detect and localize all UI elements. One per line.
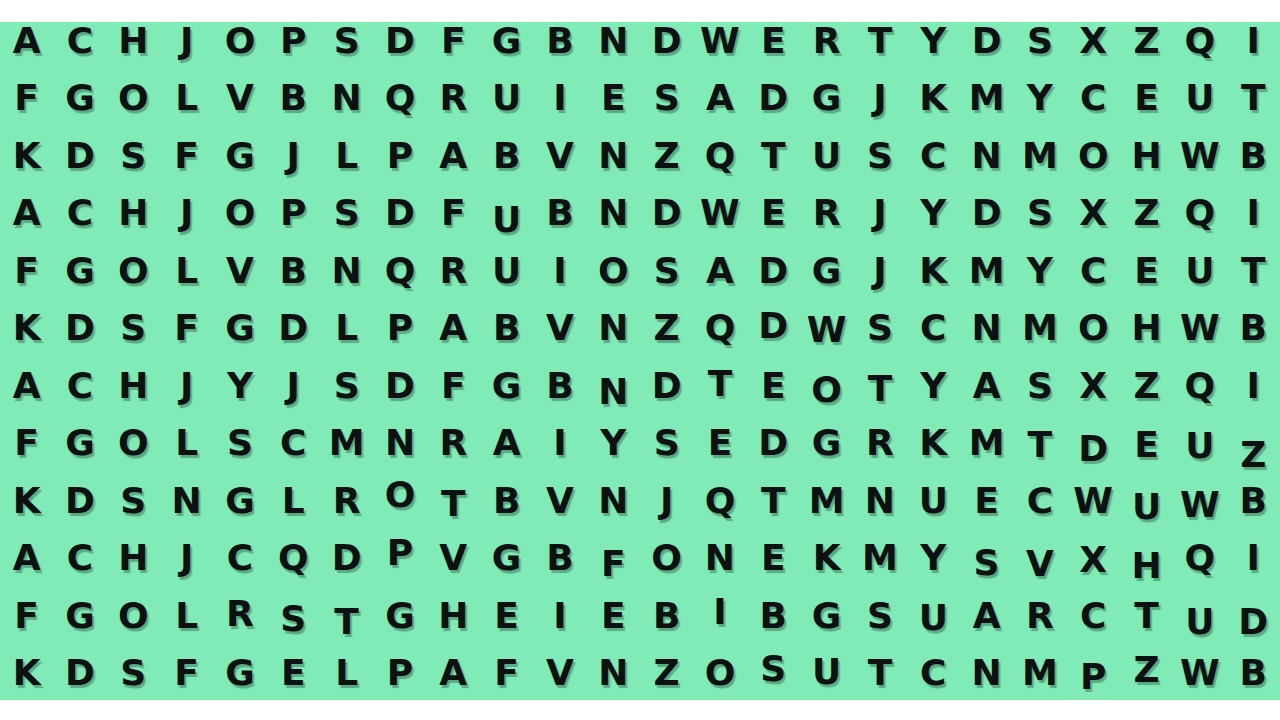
grid-cell: H xyxy=(427,587,480,645)
grid-cell: S xyxy=(640,415,693,473)
grid-cell: S xyxy=(267,590,320,648)
grid-cell: D xyxy=(373,185,426,243)
grid-cell: V xyxy=(213,242,266,300)
grid-cell: N xyxy=(320,242,373,300)
grid-cell: C xyxy=(1067,587,1120,645)
grid-cell: K xyxy=(0,127,53,185)
grid-cell: M xyxy=(960,70,1013,128)
grid-cell: D xyxy=(747,242,800,300)
grid-cell: D xyxy=(53,127,106,185)
grid-cell: Z xyxy=(1120,357,1173,415)
grid-cell: X xyxy=(1067,532,1120,590)
grid-cell: R xyxy=(427,70,480,128)
grid-cell: S xyxy=(640,242,693,300)
grid-cell: C xyxy=(1013,472,1066,530)
grid-cell: A xyxy=(693,242,746,300)
grid-cell: O xyxy=(373,466,426,524)
grid-cell: D xyxy=(960,185,1013,243)
grid-cell: N xyxy=(960,645,1013,701)
grid-cell: P xyxy=(373,645,426,701)
grid-cell: D xyxy=(53,645,106,701)
grid-cell: G xyxy=(213,472,266,530)
grid-cell: N xyxy=(160,472,213,530)
grid-cell: R xyxy=(853,415,906,473)
grid-cell: B xyxy=(1227,300,1280,358)
grid-cell: F xyxy=(160,645,213,701)
grid-cell: G xyxy=(53,242,106,300)
grid-cell: L xyxy=(160,70,213,128)
grid-cell: C xyxy=(213,530,266,588)
grid-cell: M xyxy=(1013,300,1066,358)
grid-cell: D xyxy=(1227,593,1280,651)
grid-cell: O xyxy=(587,242,640,300)
grid-cell: P xyxy=(373,300,426,358)
grid-cell: K xyxy=(907,70,960,128)
grid-cell: H xyxy=(107,185,160,243)
grid-cell: Y xyxy=(1013,242,1066,300)
grid-cell: V xyxy=(533,127,586,185)
grid-cell: Z xyxy=(640,645,693,701)
grid-cell: O xyxy=(213,22,266,70)
grid-cell: R xyxy=(1013,587,1066,645)
grid-cell: C xyxy=(53,185,106,243)
grid-cell: T xyxy=(320,593,373,651)
grid-cell: S xyxy=(320,185,373,243)
grid-cell: S xyxy=(960,535,1013,593)
grid-cell: E xyxy=(960,472,1013,530)
grid-cell: D xyxy=(373,22,426,70)
grid-cell: S xyxy=(320,357,373,415)
grid-cell: T xyxy=(1227,70,1280,128)
grid-cell: F xyxy=(427,357,480,415)
grid-cell: D xyxy=(267,300,320,358)
grid-cell: N xyxy=(320,70,373,128)
grid-cell: S xyxy=(1013,22,1066,70)
grid-cell: I xyxy=(1227,22,1280,70)
grid-cell: Q xyxy=(1173,357,1226,415)
grid-cell: C xyxy=(267,415,320,473)
puzzle-screenshot: ACHJOPSDFGBNDWERTYDSXZQIFGOLVBNQRUIESADG… xyxy=(0,0,1280,720)
grid-cell: O xyxy=(640,530,693,588)
grid-cell: I xyxy=(533,587,586,645)
grid-cell: T xyxy=(427,475,480,533)
grid-cell: F xyxy=(160,300,213,358)
grid-cell: F xyxy=(0,242,53,300)
grid-cell: Z xyxy=(640,300,693,358)
grid-cell: B xyxy=(1227,645,1280,701)
grid-cell: I xyxy=(533,70,586,128)
grid-cell: S xyxy=(853,587,906,645)
grid-cell: G xyxy=(800,587,853,645)
grid-cell: F xyxy=(0,587,53,645)
grid-cell: E xyxy=(1120,70,1173,128)
grid-cell: R xyxy=(800,185,853,243)
grid-cell: R xyxy=(320,472,373,530)
grid-cell: T xyxy=(1227,242,1280,300)
grid-cell: M xyxy=(320,415,373,473)
grid-cell: W xyxy=(1173,645,1226,701)
grid-cell: F xyxy=(160,127,213,185)
grid-cell: J xyxy=(853,185,906,243)
grid-cell: W xyxy=(800,302,853,360)
grid-cell: I xyxy=(533,242,586,300)
grid-cell: M xyxy=(1013,645,1066,701)
grid-cell: A xyxy=(0,185,53,243)
grid-cell: V xyxy=(427,530,480,588)
grid-cell: U xyxy=(800,127,853,185)
grid-cell: H xyxy=(1120,538,1173,596)
grid-cell: L xyxy=(160,242,213,300)
grid-cell: F xyxy=(427,22,480,70)
grid-cell: J xyxy=(853,70,906,128)
grid-cell: M xyxy=(1013,127,1066,185)
grid-cell: J xyxy=(640,472,693,530)
grid-cell: E xyxy=(480,587,533,645)
grid-cell: D xyxy=(640,22,693,70)
word-search-board: ACHJOPSDFGBNDWERTYDSXZQIFGOLVBNQRUIESADG… xyxy=(0,22,1280,700)
grid-cell: F xyxy=(587,536,640,594)
grid-cell: D xyxy=(747,415,800,473)
grid-cell: C xyxy=(53,22,106,70)
grid-cell: J xyxy=(160,357,213,415)
grid-cell: N xyxy=(373,415,426,473)
grid-cell: G xyxy=(800,242,853,300)
grid-cell: U xyxy=(480,70,533,128)
grid-cell: A xyxy=(427,300,480,358)
grid-cell: V xyxy=(533,472,586,530)
grid-cell: B xyxy=(267,242,320,300)
grid-cell: B xyxy=(533,530,586,588)
grid-cell: Y xyxy=(907,530,960,588)
grid-cell: B xyxy=(747,587,800,645)
grid-cell: V xyxy=(1013,536,1066,594)
grid-cell: O xyxy=(107,70,160,128)
grid-cell: I xyxy=(533,415,586,473)
grid-cell: A xyxy=(480,415,533,473)
grid-cell: B xyxy=(267,70,320,128)
grid-cell: W xyxy=(1173,476,1226,534)
grid-cell: S xyxy=(107,300,160,358)
grid-cell: X xyxy=(1067,22,1120,70)
grid-cell: Y xyxy=(907,185,960,243)
grid-cell: G xyxy=(480,530,533,588)
grid-cell: Q xyxy=(1173,530,1226,588)
grid-cell: P xyxy=(267,185,320,243)
grid-cell: B xyxy=(480,127,533,185)
grid-cell: K xyxy=(0,472,53,530)
grid-cell: E xyxy=(1120,242,1173,300)
grid-cell: F xyxy=(0,415,53,473)
grid-cell: C xyxy=(53,530,106,588)
grid-cell: S xyxy=(213,415,266,473)
grid-cell: A xyxy=(960,587,1013,645)
grid-cell: F xyxy=(480,645,533,701)
grid-cell: L xyxy=(160,415,213,473)
grid-cell: D xyxy=(320,530,373,588)
grid-cell: M xyxy=(960,415,1013,473)
top-margin-bar xyxy=(0,0,1280,22)
grid-cell: E xyxy=(747,530,800,588)
grid-cell: N xyxy=(587,645,640,701)
grid-cell: T xyxy=(853,360,906,418)
grid-cell: V xyxy=(533,645,586,701)
grid-cell: U xyxy=(480,242,533,300)
grid-cell: G xyxy=(480,22,533,70)
grid-cell: I xyxy=(1227,357,1280,415)
grid-cell: I xyxy=(1227,185,1280,243)
grid-cell: S xyxy=(1013,185,1066,243)
grid-cell: F xyxy=(427,185,480,243)
grid-cell: R xyxy=(213,585,266,643)
grid-cell: W xyxy=(1173,127,1226,185)
grid-cell: N xyxy=(587,127,640,185)
grid-cell: Q xyxy=(1173,22,1226,70)
grid-cell: E xyxy=(747,357,800,415)
grid-cell: I xyxy=(693,583,746,641)
grid-cell: I xyxy=(1227,530,1280,588)
grid-cell: Q xyxy=(693,300,746,358)
grid-cell: W xyxy=(693,185,746,243)
grid-cell: G xyxy=(213,645,266,701)
grid-cell: Z xyxy=(1227,427,1280,485)
grid-cell: S xyxy=(640,70,693,128)
grid-cell: B xyxy=(533,357,586,415)
grid-cell: E xyxy=(587,587,640,645)
grid-cell: N xyxy=(587,185,640,243)
grid-cell: Q xyxy=(693,127,746,185)
grid-cell: G xyxy=(800,70,853,128)
grid-cell: G xyxy=(53,587,106,645)
grid-cell: H xyxy=(1120,300,1173,358)
grid-cell: G xyxy=(800,415,853,473)
grid-cell: A xyxy=(0,357,53,415)
grid-cell: O xyxy=(1067,300,1120,358)
grid-cell: N xyxy=(587,300,640,358)
grid-cell: S xyxy=(107,645,160,701)
grid-cell: J xyxy=(160,185,213,243)
grid-cell: Q xyxy=(267,530,320,588)
grid-cell: A xyxy=(427,127,480,185)
grid-cell: Q xyxy=(373,242,426,300)
grid-cell: C xyxy=(1067,242,1120,300)
grid-cell: N xyxy=(587,363,640,421)
grid-cell: D xyxy=(960,22,1013,70)
grid-cell: A xyxy=(0,530,53,588)
grid-cell: N xyxy=(960,127,1013,185)
grid-cell: U xyxy=(907,472,960,530)
grid-cell: O xyxy=(107,415,160,473)
grid-cell: K xyxy=(907,242,960,300)
grid-cell: S xyxy=(107,472,160,530)
grid-cell: D xyxy=(53,300,106,358)
grid-cell: D xyxy=(1067,421,1120,479)
grid-cell: S xyxy=(747,641,800,699)
grid-cell: G xyxy=(213,127,266,185)
grid-cell: Y xyxy=(907,357,960,415)
grid-cell: O xyxy=(693,645,746,701)
grid-cell: B xyxy=(480,472,533,530)
grid-cell: D xyxy=(640,357,693,415)
grid-cell: P xyxy=(373,127,426,185)
grid-cell: A xyxy=(960,357,1013,415)
grid-cell: G xyxy=(480,357,533,415)
grid-cell: P xyxy=(373,525,426,583)
grid-cell: K xyxy=(0,300,53,358)
grid-cell: G xyxy=(213,300,266,358)
grid-cell: X xyxy=(1067,185,1120,243)
grid-cell: Y xyxy=(907,22,960,70)
grid-cell: C xyxy=(907,645,960,701)
grid-cell: J xyxy=(160,530,213,588)
grid-cell: U xyxy=(907,589,960,647)
grid-cell: Z xyxy=(1120,22,1173,70)
grid-cell: T xyxy=(853,645,906,701)
grid-cell: Z xyxy=(640,127,693,185)
grid-cell: R xyxy=(427,242,480,300)
grid-cell: U xyxy=(800,644,853,701)
grid-cell: J xyxy=(267,127,320,185)
grid-cell: B xyxy=(1227,127,1280,185)
grid-cell: B xyxy=(640,587,693,645)
grid-cell: J xyxy=(853,242,906,300)
grid-cell: V xyxy=(533,300,586,358)
grid-cell: T xyxy=(853,22,906,70)
grid-cell: O xyxy=(213,185,266,243)
grid-cell: U xyxy=(480,192,533,250)
grid-cell: A xyxy=(693,70,746,128)
grid-cell: U xyxy=(1120,478,1173,536)
grid-cell: N xyxy=(587,22,640,70)
grid-cell: K xyxy=(0,645,53,701)
grid-cell: G xyxy=(373,587,426,645)
grid-cell: O xyxy=(1067,127,1120,185)
grid-cell: M xyxy=(853,530,906,588)
grid-cell: T xyxy=(693,355,746,413)
grid-cell: C xyxy=(53,357,106,415)
grid-cell: S xyxy=(853,300,906,358)
grid-cell: R xyxy=(427,415,480,473)
grid-cell: O xyxy=(107,242,160,300)
grid-cell: X xyxy=(1067,357,1120,415)
grid-cell: M xyxy=(800,472,853,530)
grid-cell: N xyxy=(960,300,1013,358)
grid-cell: O xyxy=(107,587,160,645)
grid-cell: H xyxy=(1120,127,1173,185)
grid-cell: E xyxy=(267,645,320,701)
grid-cell: K xyxy=(907,415,960,473)
grid-cell: L xyxy=(160,587,213,645)
grid-cell: Y xyxy=(213,357,266,415)
grid-cell: R xyxy=(800,22,853,70)
grid-cell: U xyxy=(1173,418,1226,476)
grid-cell: A xyxy=(427,645,480,701)
letter-grid: ACHJOPSDFGBNDWERTYDSXZQIFGOLVBNQRUIESADG… xyxy=(0,22,1280,700)
grid-cell: E xyxy=(693,415,746,473)
grid-cell: M xyxy=(960,242,1013,300)
grid-cell: N xyxy=(693,530,746,588)
grid-cell: T xyxy=(747,472,800,530)
grid-cell: V xyxy=(213,70,266,128)
grid-cell: L xyxy=(320,645,373,701)
grid-cell: D xyxy=(640,185,693,243)
grid-cell: N xyxy=(853,472,906,530)
grid-cell: Y xyxy=(1013,70,1066,128)
grid-cell: S xyxy=(853,127,906,185)
grid-cell: S xyxy=(320,22,373,70)
grid-cell: S xyxy=(107,127,160,185)
grid-cell: L xyxy=(320,127,373,185)
grid-cell: J xyxy=(160,22,213,70)
grid-cell: Z xyxy=(1120,642,1173,700)
grid-cell: U xyxy=(1173,70,1226,128)
grid-cell: P xyxy=(267,22,320,70)
grid-cell: L xyxy=(267,472,320,530)
grid-cell: A xyxy=(0,22,53,70)
grid-cell: D xyxy=(747,298,800,356)
grid-cell: P xyxy=(1067,649,1120,701)
grid-cell: W xyxy=(1067,472,1120,530)
grid-cell: C xyxy=(1067,70,1120,128)
grid-cell: T xyxy=(1120,587,1173,645)
grid-cell: U xyxy=(1173,593,1226,651)
grid-cell: Q xyxy=(1173,185,1226,243)
grid-cell: D xyxy=(53,472,106,530)
bottom-margin-bar xyxy=(0,700,1280,720)
grid-cell: T xyxy=(747,127,800,185)
grid-cell: Y xyxy=(587,415,640,473)
grid-cell: Z xyxy=(1120,185,1173,243)
grid-cell: C xyxy=(907,300,960,358)
grid-cell: B xyxy=(533,22,586,70)
grid-cell: U xyxy=(1173,242,1226,300)
grid-cell: C xyxy=(907,127,960,185)
grid-cell: E xyxy=(747,22,800,70)
grid-cell: B xyxy=(533,185,586,243)
grid-cell: E xyxy=(587,70,640,128)
grid-cell: T xyxy=(1013,417,1066,475)
grid-cell: D xyxy=(747,70,800,128)
grid-cell: O xyxy=(800,361,853,419)
grid-cell: S xyxy=(1013,357,1066,415)
grid-cell: H xyxy=(107,357,160,415)
grid-cell: G xyxy=(53,70,106,128)
grid-cell: F xyxy=(0,70,53,128)
grid-cell: Q xyxy=(693,472,746,530)
grid-cell: J xyxy=(267,357,320,415)
grid-cell: Q xyxy=(373,70,426,128)
grid-cell: H xyxy=(107,530,160,588)
grid-cell: E xyxy=(1120,417,1173,475)
grid-cell: D xyxy=(373,357,426,415)
grid-cell: B xyxy=(480,300,533,358)
grid-cell: W xyxy=(693,22,746,70)
grid-cell: H xyxy=(107,22,160,70)
grid-cell: W xyxy=(1173,300,1226,358)
grid-cell: L xyxy=(320,300,373,358)
grid-cell: G xyxy=(53,415,106,473)
grid-cell: K xyxy=(800,530,853,588)
grid-cell: N xyxy=(587,472,640,530)
grid-cell: E xyxy=(747,185,800,243)
